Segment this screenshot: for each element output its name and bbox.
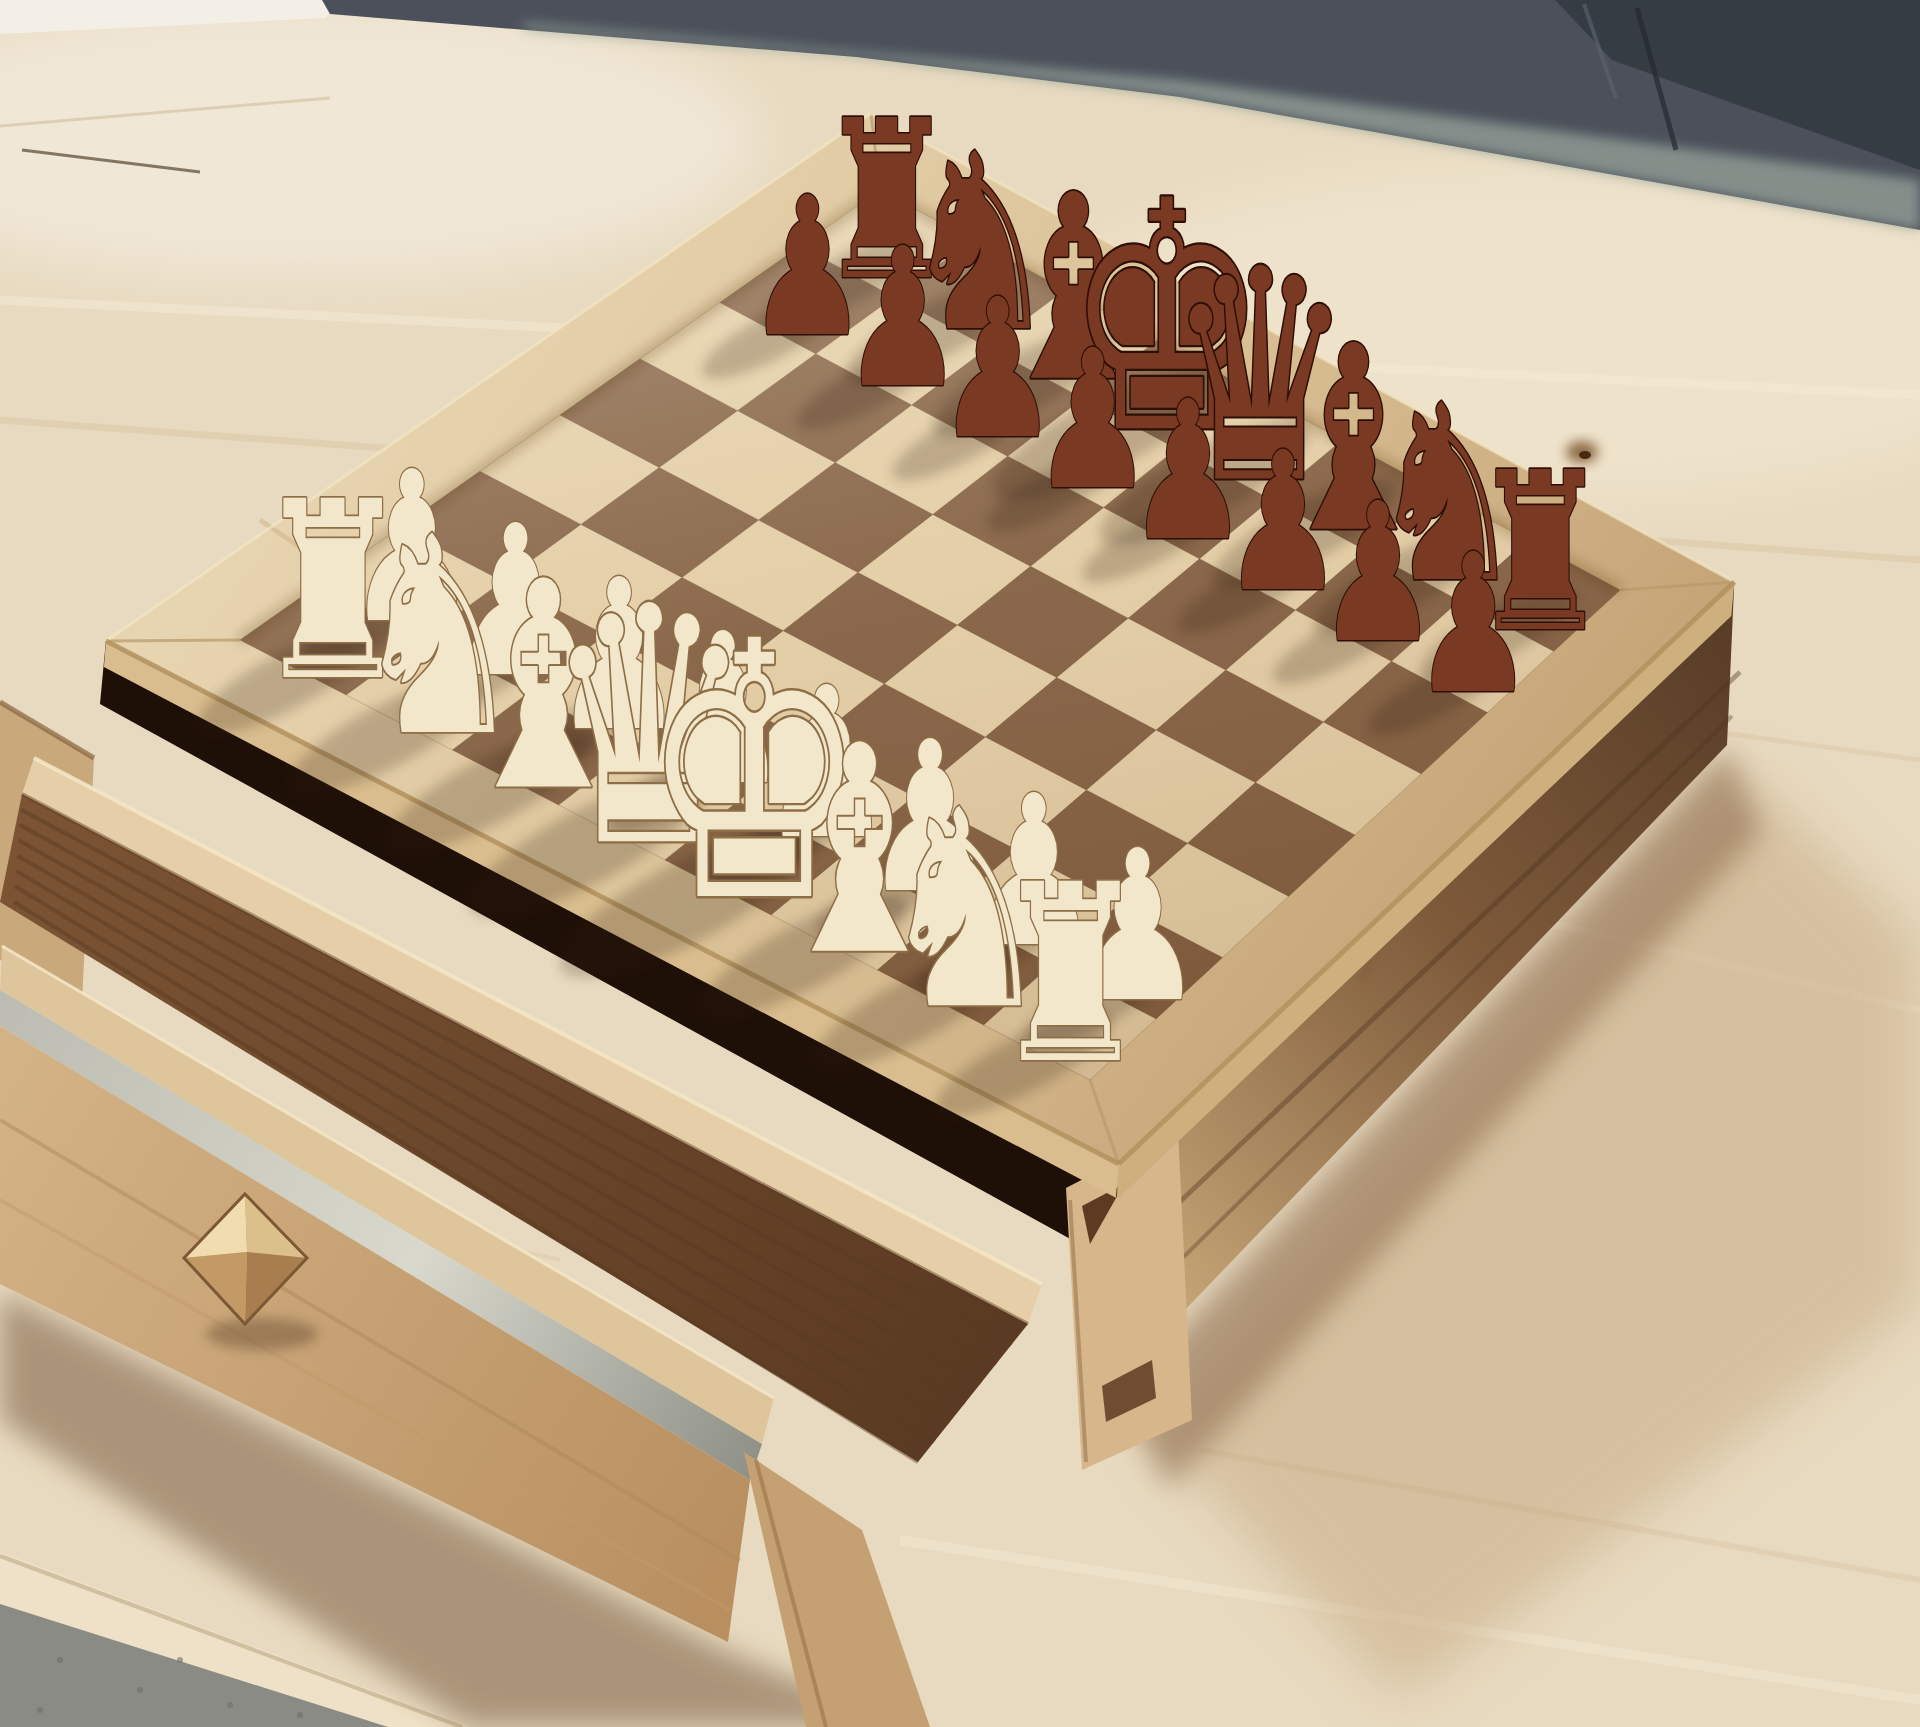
floor-speckle <box>177 1657 183 1663</box>
piece-white-rook-h1[interactable]: ♜ <box>992 832 1149 1118</box>
piece-black-pawn-h7[interactable]: ♟ <box>1412 512 1535 735</box>
floor-speckle <box>37 1707 43 1713</box>
workshop-photo: ♜♞♟♝♟♚♟♛♟♝♟♞♟♟♜♟♟♜♟♟♞♟♝♟♛♟♚♟♝♟♞♜ <box>0 0 1920 1727</box>
knob-shadow <box>206 1318 318 1350</box>
floor-speckle <box>57 1657 63 1663</box>
chess-scene-svg: ♜♞♟♝♟♚♟♛♟♝♟♞♟♟♜♟♟♜♟♟♞♟♝♟♛♟♚♟♝♟♞♜ <box>0 0 1920 1727</box>
floor-speckle <box>227 1702 233 1708</box>
mitre-joint <box>106 640 240 641</box>
floor-speckle <box>137 1687 143 1693</box>
floor-speckle <box>297 1712 303 1718</box>
